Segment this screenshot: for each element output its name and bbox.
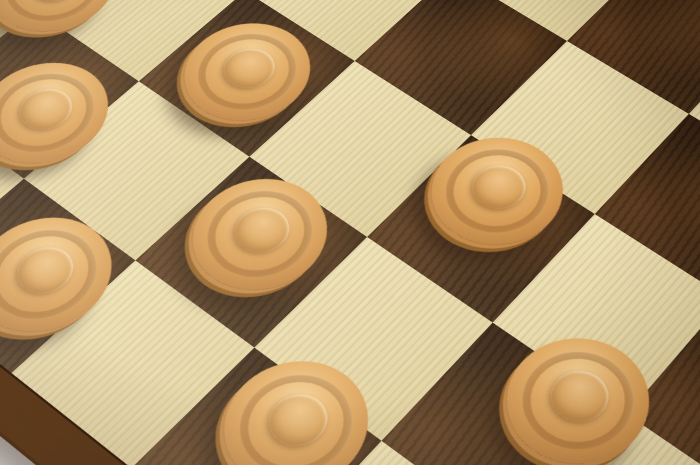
- board-frame: ⛂⛂⛂⛂⛂⛂⛂⛂: [0, 0, 700, 465]
- checkers-board: ⛂⛂⛂⛂⛂⛂⛂⛂: [0, 0, 700, 465]
- board-photo: ⛂⛂⛂⛂⛂⛂⛂⛂: [0, 0, 700, 465]
